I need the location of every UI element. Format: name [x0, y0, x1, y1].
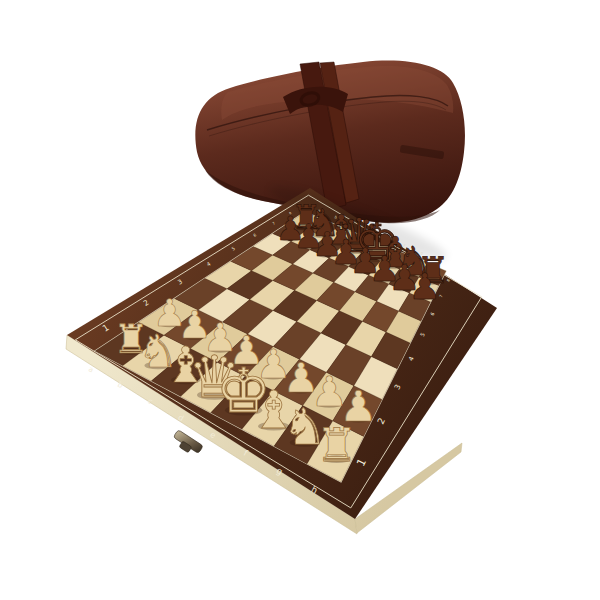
metal-clasp [171, 430, 204, 458]
product-photo-chess-set: abcdefgh1234567812345678abcdefgh♜♞♟♝♟♛♟♚… [0, 0, 600, 600]
file-label-near-a: a [87, 364, 95, 374]
chess-scene: abcdefgh1234567812345678abcdefgh♜♞♟♝♟♛♟♚… [0, 0, 600, 600]
svg-text:♟: ♟ [408, 266, 440, 308]
piece-black-pawn-h7: ♟ [408, 266, 440, 308]
leather-roll-bag [195, 61, 465, 224]
svg-text:♜: ♜ [316, 418, 357, 472]
piece-white-rook-h1: ♜ [316, 418, 357, 472]
